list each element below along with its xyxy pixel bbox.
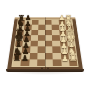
piece-bP[interactable]: ♟: [21, 54, 28, 62]
chess-set-photo: ♜♟♟♜♞♟♟♞♝♟♟♝♛♟♟♛♚♟♟♚♝♟♟♝♞♟♟♞♜♟♟♜: [0, 0, 90, 90]
piece-wR[interactable]: ♜: [69, 53, 78, 63]
pieces-layer: ♜♟♟♜♞♟♟♞♝♟♟♝♛♟♟♛♚♟♟♚♝♟♟♝♞♟♟♞♜♟♟♜: [0, 0, 90, 90]
piece-bR[interactable]: ♜: [13, 53, 22, 63]
piece-wP[interactable]: ♟: [61, 54, 68, 62]
